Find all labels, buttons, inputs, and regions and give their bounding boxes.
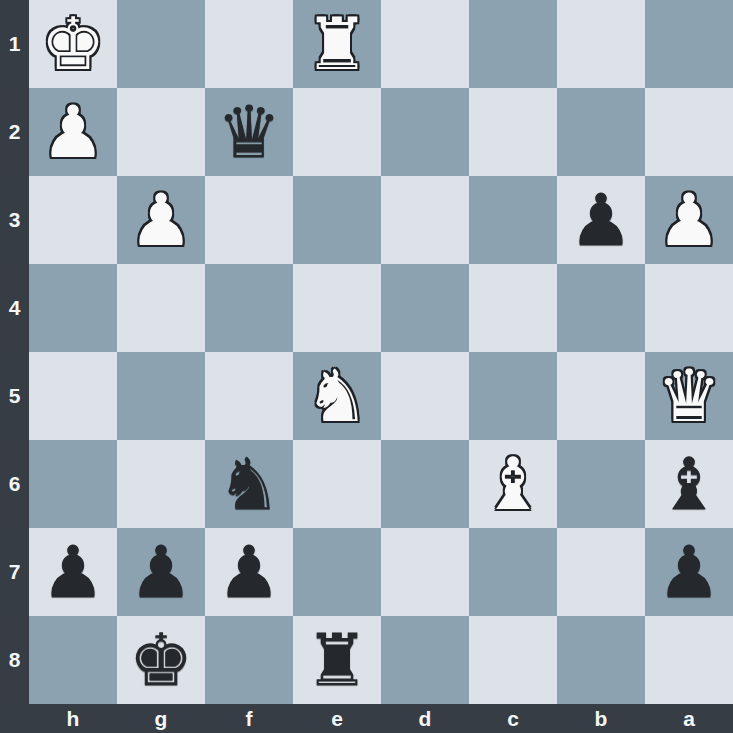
rank-label-8: 8 bbox=[0, 616, 29, 704]
square-b7[interactable] bbox=[557, 528, 645, 616]
file-label-d: d bbox=[381, 704, 469, 733]
square-h4[interactable] bbox=[29, 264, 117, 352]
square-f6[interactable]: ♞ bbox=[205, 440, 293, 528]
square-h5[interactable] bbox=[29, 352, 117, 440]
square-b5[interactable] bbox=[557, 352, 645, 440]
square-d5[interactable] bbox=[381, 352, 469, 440]
square-d1[interactable] bbox=[381, 0, 469, 88]
square-h8[interactable] bbox=[29, 616, 117, 704]
piece-black-bishop[interactable]: ♝ bbox=[645, 440, 733, 528]
rank-label-7: 7 bbox=[0, 528, 29, 616]
square-a3[interactable]: ♟ bbox=[645, 176, 733, 264]
square-d4[interactable] bbox=[381, 264, 469, 352]
square-b8[interactable] bbox=[557, 616, 645, 704]
square-g2[interactable] bbox=[117, 88, 205, 176]
square-b6[interactable] bbox=[557, 440, 645, 528]
square-a2[interactable] bbox=[645, 88, 733, 176]
square-g4[interactable] bbox=[117, 264, 205, 352]
piece-black-pawn[interactable]: ♟ bbox=[117, 528, 205, 616]
piece-black-queen[interactable]: ♛ bbox=[205, 88, 293, 176]
square-e8[interactable]: ♜ bbox=[293, 616, 381, 704]
file-label-g: g bbox=[117, 704, 205, 733]
square-g1[interactable] bbox=[117, 0, 205, 88]
piece-white-rook[interactable]: ♜ bbox=[293, 0, 381, 88]
square-d3[interactable] bbox=[381, 176, 469, 264]
square-c4[interactable] bbox=[469, 264, 557, 352]
square-c1[interactable] bbox=[469, 0, 557, 88]
square-d7[interactable] bbox=[381, 528, 469, 616]
square-h6[interactable] bbox=[29, 440, 117, 528]
square-d8[interactable] bbox=[381, 616, 469, 704]
file-label-h: h bbox=[29, 704, 117, 733]
piece-white-bishop[interactable]: ♝ bbox=[469, 440, 557, 528]
piece-white-queen[interactable]: ♛ bbox=[645, 352, 733, 440]
file-label-a: a bbox=[645, 704, 733, 733]
square-c8[interactable] bbox=[469, 616, 557, 704]
square-g6[interactable] bbox=[117, 440, 205, 528]
square-c2[interactable] bbox=[469, 88, 557, 176]
piece-black-pawn[interactable]: ♟ bbox=[557, 176, 645, 264]
chess-board-frame: 12345678 ♚♜♟♛♟♟♟♞♛♞♝♝♟♟♟♟♚♜ hgfedcba bbox=[0, 0, 733, 733]
square-a1[interactable] bbox=[645, 0, 733, 88]
square-b4[interactable] bbox=[557, 264, 645, 352]
square-d6[interactable] bbox=[381, 440, 469, 528]
square-c7[interactable] bbox=[469, 528, 557, 616]
square-e1[interactable]: ♜ bbox=[293, 0, 381, 88]
piece-black-pawn[interactable]: ♟ bbox=[29, 528, 117, 616]
square-f3[interactable] bbox=[205, 176, 293, 264]
piece-black-pawn[interactable]: ♟ bbox=[205, 528, 293, 616]
file-labels: hgfedcba bbox=[29, 704, 733, 733]
rank-label-3: 3 bbox=[0, 176, 29, 264]
square-g8[interactable]: ♚ bbox=[117, 616, 205, 704]
piece-white-pawn[interactable]: ♟ bbox=[29, 88, 117, 176]
square-b3[interactable]: ♟ bbox=[557, 176, 645, 264]
square-f5[interactable] bbox=[205, 352, 293, 440]
square-e6[interactable] bbox=[293, 440, 381, 528]
square-h3[interactable] bbox=[29, 176, 117, 264]
square-a7[interactable]: ♟ bbox=[645, 528, 733, 616]
file-label-b: b bbox=[557, 704, 645, 733]
square-f2[interactable]: ♛ bbox=[205, 88, 293, 176]
rank-label-1: 1 bbox=[0, 0, 29, 88]
square-g7[interactable]: ♟ bbox=[117, 528, 205, 616]
piece-white-pawn[interactable]: ♟ bbox=[645, 176, 733, 264]
rank-label-2: 2 bbox=[0, 88, 29, 176]
piece-black-knight[interactable]: ♞ bbox=[205, 440, 293, 528]
chess-board: ♚♜♟♛♟♟♟♞♛♞♝♝♟♟♟♟♚♜ bbox=[29, 0, 733, 704]
square-h7[interactable]: ♟ bbox=[29, 528, 117, 616]
square-c3[interactable] bbox=[469, 176, 557, 264]
piece-white-king[interactable]: ♚ bbox=[29, 0, 117, 88]
square-f8[interactable] bbox=[205, 616, 293, 704]
file-label-e: e bbox=[293, 704, 381, 733]
square-b2[interactable] bbox=[557, 88, 645, 176]
square-e2[interactable] bbox=[293, 88, 381, 176]
square-c6[interactable]: ♝ bbox=[469, 440, 557, 528]
rank-label-6: 6 bbox=[0, 440, 29, 528]
square-e7[interactable] bbox=[293, 528, 381, 616]
piece-white-knight[interactable]: ♞ bbox=[293, 352, 381, 440]
square-g3[interactable]: ♟ bbox=[117, 176, 205, 264]
square-e5[interactable]: ♞ bbox=[293, 352, 381, 440]
rank-label-5: 5 bbox=[0, 352, 29, 440]
square-g5[interactable] bbox=[117, 352, 205, 440]
file-label-f: f bbox=[205, 704, 293, 733]
piece-black-rook[interactable]: ♜ bbox=[293, 616, 381, 704]
piece-white-pawn[interactable]: ♟ bbox=[117, 176, 205, 264]
square-f1[interactable] bbox=[205, 0, 293, 88]
file-label-c: c bbox=[469, 704, 557, 733]
piece-black-pawn[interactable]: ♟ bbox=[645, 528, 733, 616]
square-c5[interactable] bbox=[469, 352, 557, 440]
square-f4[interactable] bbox=[205, 264, 293, 352]
square-h2[interactable]: ♟ bbox=[29, 88, 117, 176]
square-a4[interactable] bbox=[645, 264, 733, 352]
square-h1[interactable]: ♚ bbox=[29, 0, 117, 88]
square-d2[interactable] bbox=[381, 88, 469, 176]
square-f7[interactable]: ♟ bbox=[205, 528, 293, 616]
square-e4[interactable] bbox=[293, 264, 381, 352]
square-a8[interactable] bbox=[645, 616, 733, 704]
square-a5[interactable]: ♛ bbox=[645, 352, 733, 440]
square-b1[interactable] bbox=[557, 0, 645, 88]
rank-label-4: 4 bbox=[0, 264, 29, 352]
square-e3[interactable] bbox=[293, 176, 381, 264]
piece-black-king[interactable]: ♚ bbox=[117, 616, 205, 704]
rank-labels: 12345678 bbox=[0, 0, 29, 704]
square-a6[interactable]: ♝ bbox=[645, 440, 733, 528]
